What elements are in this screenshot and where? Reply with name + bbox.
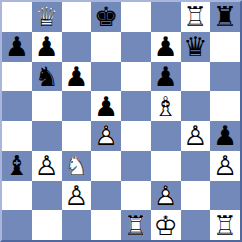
square-b8[interactable]: ♛♕: [32, 2, 62, 32]
square-e3[interactable]: [121, 151, 151, 181]
piece-white-rook-g8[interactable]: ♜♖: [181, 2, 211, 32]
square-c6[interactable]: ♟: [62, 62, 92, 92]
square-a8[interactable]: [2, 2, 32, 32]
piece-black-bishop-a3[interactable]: ♝: [2, 151, 32, 181]
square-h7[interactable]: [210, 32, 240, 62]
square-b5[interactable]: [32, 91, 62, 121]
square-c5[interactable]: [62, 91, 92, 121]
piece-black-pawn-b7[interactable]: ♟: [32, 32, 62, 62]
square-d8[interactable]: ♚: [91, 2, 121, 32]
black-pawn-icon: ♟: [151, 32, 181, 62]
black-pawn-icon: ♟: [32, 32, 62, 62]
piece-black-pawn-d5[interactable]: ♟: [91, 91, 121, 121]
piece-black-pawn-f6[interactable]: ♟: [151, 62, 181, 92]
square-c7[interactable]: [62, 32, 92, 62]
square-f1[interactable]: ♚♔: [151, 210, 181, 240]
black-knight-icon: ♞: [32, 62, 62, 92]
square-f2[interactable]: ♟♙: [151, 181, 181, 211]
square-e8[interactable]: [121, 2, 151, 32]
square-e7[interactable]: [121, 32, 151, 62]
piece-black-queen-g7[interactable]: ♛: [181, 32, 211, 62]
square-h8[interactable]: ♜: [210, 2, 240, 32]
black-king-icon: ♚: [91, 2, 121, 32]
piece-white-knight-c3[interactable]: ♞♘: [62, 151, 92, 181]
black-pawn-icon: ♟: [2, 32, 32, 62]
white-pawn-icon: ♙: [181, 121, 211, 151]
white-rook-icon: ♖: [181, 2, 211, 32]
square-e6[interactable]: [121, 62, 151, 92]
square-d1[interactable]: [91, 210, 121, 240]
square-d6[interactable]: [91, 62, 121, 92]
square-f6[interactable]: ♟: [151, 62, 181, 92]
square-b2[interactable]: [32, 181, 62, 211]
white-pawn-icon: ♙: [151, 181, 181, 211]
square-g2[interactable]: [181, 181, 211, 211]
piece-white-queen-b8[interactable]: ♛♕: [32, 2, 62, 32]
piece-white-rook-e1[interactable]: ♜♖: [121, 210, 151, 240]
black-pawn-icon: ♟: [91, 91, 121, 121]
chess-board: ♛♕♚♜♖♜♟♟♟♛♞♟♟♟♝♗♟♙♟♙♟♝♟♙♞♘♟♙♟♙♟♙♜♖♚♔♜♖: [0, 0, 242, 242]
piece-black-pawn-a7[interactable]: ♟: [2, 32, 32, 62]
square-h1[interactable]: ♜♖: [210, 210, 240, 240]
piece-white-king-f1[interactable]: ♚♔: [151, 210, 181, 240]
piece-white-pawn-b3[interactable]: ♟♙: [32, 151, 62, 181]
square-f3[interactable]: [151, 151, 181, 181]
square-h6[interactable]: [210, 62, 240, 92]
square-a1[interactable]: [2, 210, 32, 240]
square-a5[interactable]: [2, 91, 32, 121]
square-c3[interactable]: ♞♘: [62, 151, 92, 181]
white-king-icon: ♔: [151, 210, 181, 240]
piece-black-king-d8[interactable]: ♚: [91, 2, 121, 32]
black-pawn-icon: ♟: [62, 62, 92, 92]
white-rook-icon: ♖: [210, 210, 240, 240]
white-pawn-icon: ♙: [210, 151, 240, 181]
white-bishop-icon: ♗: [151, 91, 181, 121]
square-a4[interactable]: [2, 121, 32, 151]
square-d5[interactable]: ♟: [91, 91, 121, 121]
piece-white-pawn-d4[interactable]: ♟♙: [91, 121, 121, 151]
square-e5[interactable]: [121, 91, 151, 121]
square-f7[interactable]: ♟: [151, 32, 181, 62]
square-g6[interactable]: [181, 62, 211, 92]
square-a2[interactable]: [2, 181, 32, 211]
piece-white-pawn-h3[interactable]: ♟♙: [210, 151, 240, 181]
square-d7[interactable]: [91, 32, 121, 62]
square-b4[interactable]: [32, 121, 62, 151]
square-g8[interactable]: ♜♖: [181, 2, 211, 32]
piece-white-rook-h1[interactable]: ♜♖: [210, 210, 240, 240]
square-h3[interactable]: ♟♙: [210, 151, 240, 181]
black-pawn-icon: ♟: [210, 121, 240, 151]
square-b1[interactable]: [32, 210, 62, 240]
square-d3[interactable]: [91, 151, 121, 181]
piece-black-pawn-c6[interactable]: ♟: [62, 62, 92, 92]
white-knight-icon: ♘: [62, 151, 92, 181]
square-a6[interactable]: [2, 62, 32, 92]
piece-black-pawn-f7[interactable]: ♟: [151, 32, 181, 62]
square-g5[interactable]: [181, 91, 211, 121]
black-pawn-icon: ♟: [151, 62, 181, 92]
piece-black-pawn-h4[interactable]: ♟: [210, 121, 240, 151]
square-d2[interactable]: [91, 181, 121, 211]
square-c4[interactable]: [62, 121, 92, 151]
black-rook-icon: ♜: [210, 2, 240, 32]
piece-black-rook-h8[interactable]: ♜: [210, 2, 240, 32]
black-queen-icon: ♛: [181, 32, 211, 62]
square-a7[interactable]: ♟: [2, 32, 32, 62]
square-a3[interactable]: ♝: [2, 151, 32, 181]
piece-black-knight-b6[interactable]: ♞: [32, 62, 62, 92]
square-e2[interactable]: [121, 181, 151, 211]
white-pawn-icon: ♙: [32, 151, 62, 181]
white-rook-icon: ♖: [121, 210, 151, 240]
square-h4[interactable]: ♟: [210, 121, 240, 151]
piece-white-pawn-c2[interactable]: ♟♙: [62, 181, 92, 211]
white-queen-icon: ♕: [32, 2, 62, 32]
square-c2[interactable]: ♟♙: [62, 181, 92, 211]
square-h5[interactable]: [210, 91, 240, 121]
piece-white-pawn-f2[interactable]: ♟♙: [151, 181, 181, 211]
square-g7[interactable]: ♛: [181, 32, 211, 62]
square-g3[interactable]: [181, 151, 211, 181]
square-c8[interactable]: [62, 2, 92, 32]
square-e1[interactable]: ♜♖: [121, 210, 151, 240]
black-bishop-icon: ♝: [2, 151, 32, 181]
square-g4[interactable]: ♟♙: [181, 121, 211, 151]
square-c1[interactable]: [62, 210, 92, 240]
piece-white-pawn-g4[interactable]: ♟♙: [181, 121, 211, 151]
square-g1[interactable]: [181, 210, 211, 240]
square-f4[interactable]: [151, 121, 181, 151]
square-f8[interactable]: [151, 2, 181, 32]
square-b6[interactable]: ♞: [32, 62, 62, 92]
square-d4[interactable]: ♟♙: [91, 121, 121, 151]
square-b7[interactable]: ♟: [32, 32, 62, 62]
square-h2[interactable]: [210, 181, 240, 211]
square-f5[interactable]: ♝♗: [151, 91, 181, 121]
white-pawn-icon: ♙: [91, 121, 121, 151]
piece-white-bishop-f5[interactable]: ♝♗: [151, 91, 181, 121]
white-pawn-icon: ♙: [62, 181, 92, 211]
square-b3[interactable]: ♟♙: [32, 151, 62, 181]
square-e4[interactable]: [121, 121, 151, 151]
